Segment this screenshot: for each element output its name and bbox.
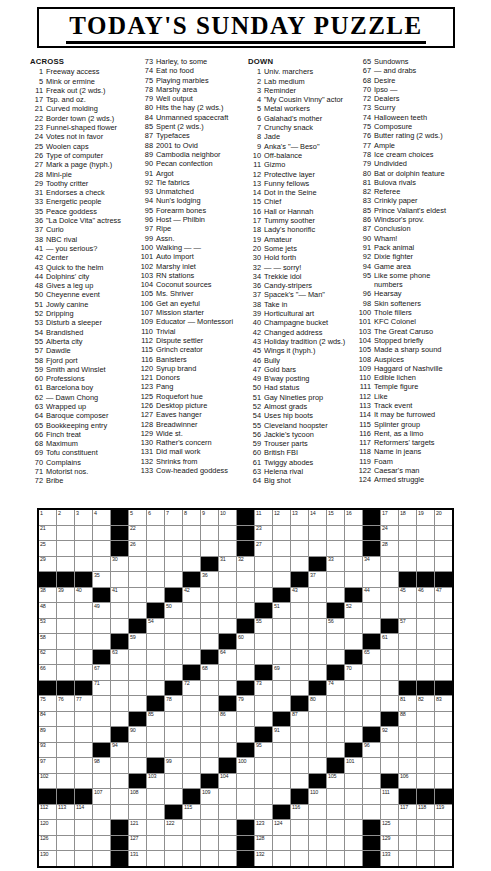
grid-cell[interactable] <box>183 650 200 665</box>
grid-cell[interactable] <box>237 712 254 727</box>
grid-cell[interactable] <box>363 696 380 711</box>
grid-cell[interactable] <box>345 789 362 804</box>
grid-cell[interactable]: 124 <box>273 820 290 835</box>
grid-cell[interactable]: 106 <box>399 774 416 789</box>
grid-cell[interactable] <box>165 774 182 789</box>
grid-cell[interactable] <box>327 789 344 804</box>
grid-cell[interactable] <box>165 526 182 541</box>
grid-cell[interactable] <box>399 758 416 773</box>
grid-cell[interactable]: 39 <box>57 588 74 603</box>
grid-cell[interactable] <box>57 665 74 680</box>
grid-cell[interactable] <box>57 526 74 541</box>
grid-cell[interactable]: 28 <box>381 541 398 556</box>
grid-cell[interactable] <box>345 634 362 649</box>
grid-cell[interactable] <box>309 650 326 665</box>
grid-cell[interactable] <box>381 805 398 820</box>
grid-cell[interactable] <box>327 526 344 541</box>
grid-cell[interactable] <box>147 743 164 758</box>
grid-cell[interactable] <box>75 541 92 556</box>
grid-cell[interactable] <box>345 727 362 742</box>
grid-cell[interactable]: 52 <box>345 603 362 618</box>
grid-cell[interactable] <box>201 603 218 618</box>
grid-cell[interactable] <box>435 727 452 742</box>
grid-cell[interactable] <box>219 541 236 556</box>
grid-cell[interactable] <box>327 634 344 649</box>
grid-cell[interactable]: 22 <box>129 526 146 541</box>
grid-cell[interactable] <box>93 557 110 572</box>
grid-cell[interactable] <box>363 619 380 634</box>
grid-cell[interactable]: 4 <box>93 510 110 525</box>
grid-cell[interactable]: 76 <box>57 696 74 711</box>
grid-cell[interactable] <box>201 805 218 820</box>
grid-cell[interactable] <box>75 820 92 835</box>
grid-cell[interactable]: 121 <box>129 820 146 835</box>
grid-cell[interactable] <box>147 681 164 696</box>
grid-cell[interactable] <box>57 712 74 727</box>
grid-cell[interactable] <box>309 851 326 866</box>
grid-cell[interactable]: 115 <box>183 805 200 820</box>
grid-cell[interactable] <box>201 820 218 835</box>
grid-cell[interactable] <box>399 743 416 758</box>
grid-cell[interactable]: 129 <box>381 836 398 851</box>
grid-cell[interactable] <box>165 572 182 587</box>
grid-cell[interactable]: 107 <box>93 789 110 804</box>
grid-cell[interactable] <box>165 727 182 742</box>
grid-cell[interactable]: 108 <box>129 789 146 804</box>
grid-cell[interactable]: 99 <box>165 758 182 773</box>
grid-cell[interactable] <box>237 789 254 804</box>
grid-cell[interactable] <box>201 851 218 866</box>
grid-cell[interactable] <box>93 634 110 649</box>
grid-cell[interactable]: 10 <box>219 510 236 525</box>
grid-cell[interactable] <box>111 805 128 820</box>
grid-cell[interactable] <box>57 758 74 773</box>
grid-cell[interactable] <box>291 603 308 618</box>
grid-cell[interactable]: 74 <box>327 681 344 696</box>
grid-cell[interactable]: 75 <box>39 696 56 711</box>
grid-cell[interactable] <box>201 758 218 773</box>
grid-cell[interactable] <box>273 619 290 634</box>
grid-cell[interactable] <box>435 712 452 727</box>
grid-cell[interactable] <box>435 758 452 773</box>
grid-cell[interactable]: 114 <box>75 805 92 820</box>
grid-cell[interactable] <box>183 758 200 773</box>
grid-cell[interactable]: 43 <box>291 588 308 603</box>
grid-cell[interactable] <box>273 758 290 773</box>
grid-cell[interactable]: 14 <box>309 510 326 525</box>
grid-cell[interactable] <box>255 572 272 587</box>
grid-cell[interactable] <box>147 665 164 680</box>
grid-cell[interactable] <box>399 557 416 572</box>
grid-cell[interactable]: 78 <box>165 696 182 711</box>
grid-cell[interactable] <box>183 820 200 835</box>
grid-cell[interactable]: 91 <box>273 727 290 742</box>
grid-cell[interactable] <box>345 557 362 572</box>
grid-cell[interactable] <box>273 572 290 587</box>
grid-cell[interactable]: 11 <box>255 510 272 525</box>
grid-cell[interactable] <box>183 851 200 866</box>
grid-cell[interactable] <box>93 619 110 634</box>
grid-cell[interactable]: 32 <box>237 557 254 572</box>
grid-cell[interactable] <box>273 743 290 758</box>
grid-cell[interactable]: 12 <box>273 510 290 525</box>
grid-cell[interactable] <box>75 557 92 572</box>
grid-cell[interactable]: 84 <box>39 712 56 727</box>
grid-cell[interactable] <box>237 572 254 587</box>
grid-cell[interactable] <box>381 696 398 711</box>
grid-cell[interactable] <box>381 572 398 587</box>
grid-cell[interactable]: 111 <box>381 789 398 804</box>
grid-cell[interactable] <box>129 805 146 820</box>
grid-cell[interactable]: 56 <box>327 619 344 634</box>
grid-cell[interactable] <box>327 696 344 711</box>
grid-cell[interactable] <box>417 541 434 556</box>
grid-cell[interactable] <box>111 665 128 680</box>
grid-cell[interactable]: 65 <box>363 650 380 665</box>
grid-cell[interactable] <box>255 588 272 603</box>
grid-cell[interactable] <box>399 526 416 541</box>
grid-cell[interactable] <box>291 650 308 665</box>
grid-cell[interactable] <box>147 557 164 572</box>
grid-cell[interactable] <box>417 820 434 835</box>
grid-cell[interactable]: 5 <box>129 510 146 525</box>
grid-cell[interactable] <box>363 681 380 696</box>
grid-cell[interactable] <box>75 526 92 541</box>
grid-cell[interactable]: 60 <box>237 634 254 649</box>
grid-cell[interactable] <box>183 743 200 758</box>
grid-cell[interactable] <box>309 743 326 758</box>
grid-cell[interactable] <box>255 774 272 789</box>
grid-cell[interactable]: 8 <box>183 510 200 525</box>
grid-cell[interactable]: 118 <box>417 805 434 820</box>
grid-cell[interactable] <box>57 774 74 789</box>
grid-cell[interactable]: 80 <box>309 696 326 711</box>
grid-cell[interactable]: 112 <box>39 805 56 820</box>
grid-cell[interactable]: 73 <box>255 681 272 696</box>
grid-cell[interactable]: 70 <box>345 665 362 680</box>
grid-cell[interactable]: 81 <box>399 696 416 711</box>
grid-cell[interactable]: 77 <box>75 696 92 711</box>
grid-cell[interactable]: 130 <box>39 851 56 866</box>
grid-cell[interactable] <box>183 712 200 727</box>
grid-cell[interactable] <box>165 619 182 634</box>
grid-cell[interactable] <box>75 743 92 758</box>
grid-cell[interactable] <box>273 696 290 711</box>
grid-cell[interactable] <box>165 743 182 758</box>
grid-cell[interactable]: 100 <box>237 758 254 773</box>
grid-cell[interactable] <box>183 836 200 851</box>
grid-cell[interactable] <box>201 727 218 742</box>
grid-cell[interactable] <box>381 588 398 603</box>
grid-cell[interactable]: 86 <box>219 712 236 727</box>
grid-cell[interactable] <box>417 743 434 758</box>
grid-cell[interactable] <box>75 650 92 665</box>
grid-cell[interactable] <box>417 727 434 742</box>
grid-cell[interactable] <box>345 851 362 866</box>
grid-cell[interactable] <box>165 541 182 556</box>
grid-cell[interactable] <box>273 541 290 556</box>
grid-cell[interactable] <box>75 603 92 618</box>
grid-cell[interactable] <box>183 634 200 649</box>
grid-cell[interactable] <box>237 727 254 742</box>
grid-cell[interactable] <box>309 588 326 603</box>
grid-cell[interactable]: 110 <box>309 789 326 804</box>
grid-cell[interactable]: 120 <box>39 820 56 835</box>
grid-cell[interactable]: 125 <box>381 820 398 835</box>
grid-cell[interactable]: 59 <box>129 634 146 649</box>
grid-cell[interactable] <box>345 619 362 634</box>
grid-cell[interactable]: 20 <box>435 510 452 525</box>
grid-cell[interactable] <box>273 851 290 866</box>
grid-cell[interactable] <box>381 681 398 696</box>
grid-cell[interactable] <box>93 712 110 727</box>
grid-cell[interactable] <box>129 696 146 711</box>
grid-cell[interactable]: 83 <box>435 696 452 711</box>
grid-cell[interactable] <box>219 603 236 618</box>
grid-cell[interactable] <box>309 805 326 820</box>
grid-cell[interactable] <box>435 665 452 680</box>
grid-cell[interactable] <box>183 727 200 742</box>
grid-cell[interactable]: 133 <box>381 851 398 866</box>
grid-cell[interactable] <box>165 836 182 851</box>
grid-cell[interactable] <box>291 557 308 572</box>
grid-cell[interactable]: 103 <box>147 774 164 789</box>
grid-cell[interactable]: 71 <box>93 681 110 696</box>
grid-cell[interactable] <box>255 696 272 711</box>
grid-cell[interactable] <box>201 836 218 851</box>
grid-cell[interactable] <box>219 743 236 758</box>
grid-cell[interactable] <box>111 758 128 773</box>
grid-cell[interactable] <box>237 650 254 665</box>
grid-cell[interactable] <box>129 758 146 773</box>
grid-cell[interactable] <box>147 727 164 742</box>
grid-cell[interactable] <box>111 789 128 804</box>
grid-cell[interactable] <box>363 665 380 680</box>
grid-cell[interactable] <box>57 634 74 649</box>
grid-cell[interactable] <box>255 789 272 804</box>
grid-cell[interactable] <box>237 603 254 618</box>
grid-cell[interactable] <box>201 619 218 634</box>
grid-cell[interactable] <box>201 743 218 758</box>
grid-cell[interactable]: 53 <box>39 619 56 634</box>
grid-cell[interactable]: 58 <box>39 634 56 649</box>
grid-cell[interactable] <box>111 696 128 711</box>
grid-cell[interactable] <box>237 665 254 680</box>
grid-cell[interactable]: 68 <box>201 665 218 680</box>
grid-cell[interactable] <box>309 712 326 727</box>
grid-cell[interactable]: 41 <box>111 588 128 603</box>
grid-cell[interactable]: 88 <box>399 712 416 727</box>
grid-cell[interactable] <box>345 526 362 541</box>
grid-cell[interactable]: 98 <box>93 758 110 773</box>
grid-cell[interactable] <box>165 634 182 649</box>
grid-cell[interactable] <box>255 650 272 665</box>
grid-cell[interactable] <box>291 758 308 773</box>
grid-cell[interactable]: 6 <box>147 510 164 525</box>
grid-cell[interactable] <box>201 526 218 541</box>
grid-cell[interactable] <box>309 820 326 835</box>
grid-cell[interactable] <box>291 665 308 680</box>
grid-cell[interactable]: 27 <box>255 541 272 556</box>
grid-cell[interactable] <box>183 603 200 618</box>
grid-cell[interactable] <box>255 758 272 773</box>
grid-cell[interactable] <box>363 789 380 804</box>
grid-cell[interactable] <box>399 727 416 742</box>
grid-cell[interactable]: 42 <box>183 588 200 603</box>
grid-cell[interactable] <box>435 619 452 634</box>
grid-cell[interactable] <box>291 634 308 649</box>
grid-cell[interactable] <box>273 526 290 541</box>
grid-cell[interactable] <box>291 541 308 556</box>
grid-cell[interactable]: 29 <box>39 557 56 572</box>
grid-cell[interactable] <box>219 619 236 634</box>
grid-cell[interactable] <box>93 526 110 541</box>
grid-cell[interactable] <box>363 603 380 618</box>
grid-cell[interactable]: 104 <box>219 774 236 789</box>
grid-cell[interactable]: 38 <box>39 588 56 603</box>
grid-cell[interactable] <box>417 619 434 634</box>
grid-cell[interactable] <box>147 805 164 820</box>
grid-cell[interactable]: 109 <box>201 789 218 804</box>
grid-cell[interactable] <box>309 634 326 649</box>
grid-cell[interactable] <box>435 557 452 572</box>
grid-cell[interactable] <box>147 572 164 587</box>
grid-cell[interactable] <box>93 820 110 835</box>
grid-cell[interactable]: 117 <box>399 805 416 820</box>
grid-cell[interactable] <box>165 557 182 572</box>
grid-cell[interactable] <box>345 805 362 820</box>
grid-cell[interactable]: 92 <box>381 727 398 742</box>
grid-cell[interactable] <box>111 681 128 696</box>
grid-cell[interactable]: 126 <box>39 836 56 851</box>
grid-cell[interactable]: 123 <box>255 820 272 835</box>
grid-cell[interactable]: 94 <box>111 743 128 758</box>
grid-cell[interactable] <box>183 696 200 711</box>
grid-cell[interactable] <box>435 650 452 665</box>
grid-cell[interactable]: 97 <box>39 758 56 773</box>
grid-cell[interactable] <box>345 572 362 587</box>
grid-cell[interactable] <box>435 541 452 556</box>
grid-cell[interactable]: 67 <box>93 665 110 680</box>
grid-cell[interactable] <box>129 681 146 696</box>
grid-cell[interactable]: 37 <box>309 572 326 587</box>
grid-cell[interactable]: 19 <box>417 510 434 525</box>
grid-cell[interactable] <box>291 727 308 742</box>
grid-cell[interactable] <box>345 774 362 789</box>
grid-cell[interactable] <box>129 572 146 587</box>
grid-cell[interactable]: 128 <box>255 836 272 851</box>
grid-cell[interactable] <box>165 789 182 804</box>
grid-cell[interactable] <box>345 541 362 556</box>
grid-cell[interactable] <box>381 758 398 773</box>
grid-cell[interactable] <box>111 774 128 789</box>
grid-cell[interactable] <box>399 820 416 835</box>
grid-cell[interactable] <box>111 603 128 618</box>
grid-cell[interactable]: 61 <box>381 634 398 649</box>
grid-cell[interactable] <box>291 774 308 789</box>
grid-cell[interactable] <box>219 820 236 835</box>
grid-cell[interactable] <box>309 526 326 541</box>
grid-cell[interactable] <box>309 541 326 556</box>
grid-cell[interactable]: 119 <box>435 805 452 820</box>
grid-cell[interactable]: 33 <box>327 557 344 572</box>
grid-cell[interactable]: 36 <box>201 572 218 587</box>
grid-cell[interactable]: 105 <box>327 774 344 789</box>
grid-cell[interactable] <box>273 557 290 572</box>
grid-cell[interactable]: 57 <box>399 619 416 634</box>
grid-cell[interactable]: 79 <box>237 696 254 711</box>
grid-cell[interactable] <box>75 836 92 851</box>
grid-cell[interactable] <box>201 634 218 649</box>
grid-cell[interactable] <box>327 712 344 727</box>
grid-cell[interactable] <box>381 557 398 572</box>
grid-cell[interactable] <box>435 820 452 835</box>
grid-cell[interactable] <box>165 650 182 665</box>
grid-cell[interactable] <box>201 681 218 696</box>
grid-cell[interactable] <box>435 774 452 789</box>
grid-cell[interactable] <box>291 851 308 866</box>
grid-cell[interactable] <box>417 557 434 572</box>
grid-cell[interactable]: 45 <box>399 588 416 603</box>
grid-cell[interactable] <box>147 851 164 866</box>
grid-cell[interactable]: 34 <box>363 557 380 572</box>
grid-cell[interactable]: 15 <box>327 510 344 525</box>
grid-cell[interactable] <box>417 712 434 727</box>
grid-cell[interactable]: 44 <box>363 588 380 603</box>
grid-cell[interactable] <box>327 743 344 758</box>
grid-cell[interactable]: 82 <box>417 696 434 711</box>
grid-cell[interactable] <box>417 774 434 789</box>
grid-cell[interactable]: 66 <box>39 665 56 680</box>
grid-cell[interactable]: 69 <box>273 665 290 680</box>
grid-cell[interactable] <box>75 758 92 773</box>
grid-cell[interactable] <box>93 836 110 851</box>
grid-cell[interactable]: 25 <box>39 541 56 556</box>
grid-cell[interactable]: 30 <box>111 557 128 572</box>
grid-cell[interactable] <box>309 665 326 680</box>
grid-cell[interactable]: 89 <box>39 727 56 742</box>
grid-cell[interactable]: 17 <box>381 510 398 525</box>
grid-cell[interactable]: 49 <box>93 603 110 618</box>
grid-cell[interactable] <box>57 603 74 618</box>
grid-cell[interactable]: 85 <box>147 712 164 727</box>
grid-cell[interactable] <box>57 851 74 866</box>
grid-cell[interactable]: 2 <box>57 510 74 525</box>
grid-cell[interactable]: 62 <box>39 650 56 665</box>
grid-cell[interactable] <box>255 805 272 820</box>
grid-cell[interactable] <box>381 603 398 618</box>
grid-cell[interactable] <box>57 650 74 665</box>
grid-cell[interactable] <box>399 541 416 556</box>
grid-cell[interactable] <box>147 588 164 603</box>
grid-cell[interactable] <box>309 758 326 773</box>
grid-cell[interactable]: 132 <box>255 851 272 866</box>
grid-cell[interactable] <box>399 665 416 680</box>
grid-cell[interactable]: 40 <box>75 588 92 603</box>
grid-cell[interactable]: 63 <box>111 650 128 665</box>
grid-cell[interactable] <box>93 805 110 820</box>
grid-cell[interactable] <box>399 650 416 665</box>
grid-cell[interactable]: 131 <box>129 851 146 866</box>
grid-cell[interactable]: 90 <box>129 727 146 742</box>
grid-cell[interactable] <box>129 557 146 572</box>
grid-cell[interactable]: 116 <box>291 805 308 820</box>
grid-cell[interactable] <box>165 665 182 680</box>
grid-cell[interactable] <box>93 774 110 789</box>
grid-cell[interactable] <box>273 789 290 804</box>
grid-cell[interactable] <box>273 681 290 696</box>
grid-cell[interactable] <box>219 588 236 603</box>
